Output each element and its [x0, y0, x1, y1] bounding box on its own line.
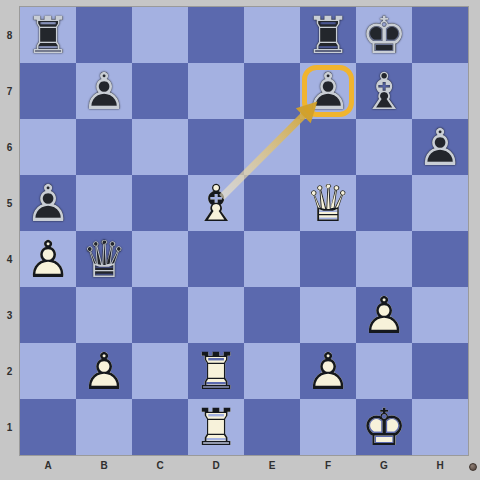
square-b7[interactable]: ♟♙: [76, 63, 132, 119]
file-label-f: F: [325, 460, 331, 471]
square-a4[interactable]: ♟♙: [20, 231, 76, 287]
square-f1[interactable]: [300, 399, 356, 455]
square-d1[interactable]: ♜♖: [188, 399, 244, 455]
rank-label-2: 2: [0, 366, 19, 377]
piece-black-pawn[interactable]: ♟♙: [300, 63, 356, 119]
square-e1[interactable]: [244, 399, 300, 455]
piece-black-rook[interactable]: ♜♖: [300, 7, 356, 63]
rank-label-4: 4: [0, 254, 19, 265]
logo-dot: [469, 463, 477, 471]
square-h3[interactable]: [412, 287, 468, 343]
square-f2[interactable]: ♟♙: [300, 343, 356, 399]
square-h4[interactable]: [412, 231, 468, 287]
square-c6[interactable]: [132, 119, 188, 175]
square-c4[interactable]: [132, 231, 188, 287]
chess-board: ♜♖♜♖♚♔♟♙♟♙♝♗♟♙♟♙♝♗♛♕♟♙♛♕♟♙♟♙♜♖♟♙♜♖♚♔: [20, 7, 468, 455]
square-c8[interactable]: [132, 7, 188, 63]
square-g6[interactable]: [356, 119, 412, 175]
square-g5[interactable]: [356, 175, 412, 231]
square-e2[interactable]: [244, 343, 300, 399]
piece-white-bishop[interactable]: ♝♗: [188, 175, 244, 231]
square-h1[interactable]: [412, 399, 468, 455]
piece-black-pawn[interactable]: ♟♙: [76, 63, 132, 119]
file-label-d: D: [212, 460, 219, 471]
square-h8[interactable]: [412, 7, 468, 63]
square-d8[interactable]: [188, 7, 244, 63]
rank-label-5: 5: [0, 198, 19, 209]
piece-black-pawn[interactable]: ♟♙: [20, 175, 76, 231]
piece-white-queen[interactable]: ♛♕: [300, 175, 356, 231]
file-label-c: C: [156, 460, 163, 471]
square-e6[interactable]: [244, 119, 300, 175]
square-c5[interactable]: [132, 175, 188, 231]
square-d2[interactable]: ♜♖: [188, 343, 244, 399]
square-f4[interactable]: [300, 231, 356, 287]
piece-white-king[interactable]: ♚♔: [356, 399, 412, 455]
piece-black-queen[interactable]: ♛♕: [76, 231, 132, 287]
file-label-b: B: [100, 460, 107, 471]
square-e3[interactable]: [244, 287, 300, 343]
piece-black-rook[interactable]: ♜♖: [20, 7, 76, 63]
square-c3[interactable]: [132, 287, 188, 343]
piece-white-rook[interactable]: ♜♖: [188, 343, 244, 399]
square-b2[interactable]: ♟♙: [76, 343, 132, 399]
piece-white-rook[interactable]: ♜♖: [188, 399, 244, 455]
rank-label-7: 7: [0, 86, 19, 97]
square-c2[interactable]: [132, 343, 188, 399]
square-d7[interactable]: [188, 63, 244, 119]
square-b8[interactable]: [76, 7, 132, 63]
file-label-e: E: [269, 460, 276, 471]
square-d3[interactable]: [188, 287, 244, 343]
square-d5[interactable]: ♝♗: [188, 175, 244, 231]
square-f6[interactable]: [300, 119, 356, 175]
square-g2[interactable]: [356, 343, 412, 399]
square-a3[interactable]: [20, 287, 76, 343]
piece-white-pawn[interactable]: ♟♙: [356, 287, 412, 343]
square-b3[interactable]: [76, 287, 132, 343]
square-h5[interactable]: [412, 175, 468, 231]
square-a7[interactable]: [20, 63, 76, 119]
piece-white-pawn[interactable]: ♟♙: [76, 343, 132, 399]
square-b1[interactable]: [76, 399, 132, 455]
chess-app-frame: ♜♖♜♖♚♔♟♙♟♙♝♗♟♙♟♙♝♗♛♕♟♙♛♕♟♙♟♙♜♖♟♙♜♖♚♔ 876…: [0, 0, 480, 480]
piece-black-pawn[interactable]: ♟♙: [412, 119, 468, 175]
square-d4[interactable]: [188, 231, 244, 287]
square-e4[interactable]: [244, 231, 300, 287]
piece-white-pawn[interactable]: ♟♙: [20, 231, 76, 287]
square-e7[interactable]: [244, 63, 300, 119]
square-f3[interactable]: [300, 287, 356, 343]
board-frame: ♜♖♜♖♚♔♟♙♟♙♝♗♟♙♟♙♝♗♛♕♟♙♛♕♟♙♟♙♜♖♟♙♜♖♚♔: [19, 6, 469, 456]
square-h2[interactable]: [412, 343, 468, 399]
square-e8[interactable]: [244, 7, 300, 63]
rank-label-3: 3: [0, 310, 19, 321]
square-f7[interactable]: ♟♙: [300, 63, 356, 119]
piece-white-pawn[interactable]: ♟♙: [300, 343, 356, 399]
square-a6[interactable]: [20, 119, 76, 175]
square-g8[interactable]: ♚♔: [356, 7, 412, 63]
square-h7[interactable]: [412, 63, 468, 119]
square-a1[interactable]: [20, 399, 76, 455]
square-g3[interactable]: ♟♙: [356, 287, 412, 343]
file-label-a: A: [44, 460, 51, 471]
square-g1[interactable]: ♚♔: [356, 399, 412, 455]
square-b6[interactable]: [76, 119, 132, 175]
square-e5[interactable]: [244, 175, 300, 231]
square-c7[interactable]: [132, 63, 188, 119]
square-g4[interactable]: [356, 231, 412, 287]
square-a8[interactable]: ♜♖: [20, 7, 76, 63]
square-d6[interactable]: [188, 119, 244, 175]
square-c1[interactable]: [132, 399, 188, 455]
file-label-h: H: [436, 460, 443, 471]
square-b4[interactable]: ♛♕: [76, 231, 132, 287]
square-f5[interactable]: ♛♕: [300, 175, 356, 231]
rank-label-8: 8: [0, 30, 19, 41]
square-g7[interactable]: ♝♗: [356, 63, 412, 119]
square-h6[interactable]: ♟♙: [412, 119, 468, 175]
rank-label-6: 6: [0, 142, 19, 153]
square-a2[interactable]: [20, 343, 76, 399]
rank-label-1: 1: [0, 422, 19, 433]
piece-black-king[interactable]: ♚♔: [356, 7, 412, 63]
square-a5[interactable]: ♟♙: [20, 175, 76, 231]
square-f8[interactable]: ♜♖: [300, 7, 356, 63]
piece-black-bishop[interactable]: ♝♗: [356, 63, 412, 119]
file-label-g: G: [380, 460, 388, 471]
square-b5[interactable]: [76, 175, 132, 231]
